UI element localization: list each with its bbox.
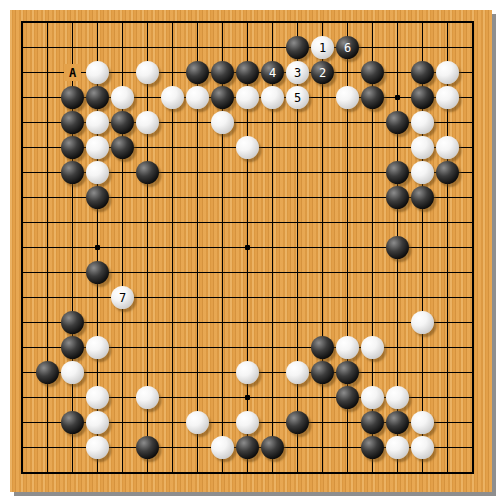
intersection-L18[interactable] bbox=[260, 35, 285, 60]
intersection-K2[interactable] bbox=[235, 435, 260, 460]
intersection-K6[interactable] bbox=[235, 335, 260, 360]
intersection-F10[interactable] bbox=[135, 235, 160, 260]
intersection-R7[interactable] bbox=[410, 310, 435, 335]
intersection-N5[interactable] bbox=[310, 360, 335, 385]
intersection-P5[interactable] bbox=[360, 360, 385, 385]
intersection-F3[interactable] bbox=[135, 410, 160, 435]
intersection-Q19[interactable] bbox=[385, 10, 410, 35]
intersection-G12[interactable] bbox=[160, 185, 185, 210]
intersection-Q15[interactable] bbox=[385, 110, 410, 135]
intersection-Q17[interactable] bbox=[385, 60, 410, 85]
intersection-E13[interactable] bbox=[110, 160, 135, 185]
intersection-G6[interactable] bbox=[160, 335, 185, 360]
intersection-G17[interactable] bbox=[160, 60, 185, 85]
intersection-M2[interactable] bbox=[285, 435, 310, 460]
intersection-K1[interactable] bbox=[235, 460, 260, 485]
intersection-L17[interactable]: 4 bbox=[260, 60, 285, 85]
intersection-R8[interactable] bbox=[410, 285, 435, 310]
intersection-C13[interactable] bbox=[60, 160, 85, 185]
intersection-T7[interactable] bbox=[460, 310, 485, 335]
intersection-A6[interactable] bbox=[10, 335, 35, 360]
intersection-R12[interactable] bbox=[410, 185, 435, 210]
intersection-J10[interactable] bbox=[210, 235, 235, 260]
intersection-C19[interactable] bbox=[60, 10, 85, 35]
intersection-M19[interactable] bbox=[285, 10, 310, 35]
intersection-J16[interactable] bbox=[210, 85, 235, 110]
intersection-L5[interactable] bbox=[260, 360, 285, 385]
intersection-K7[interactable] bbox=[235, 310, 260, 335]
intersection-A9[interactable] bbox=[10, 260, 35, 285]
intersection-A4[interactable] bbox=[10, 385, 35, 410]
intersection-T2[interactable] bbox=[460, 435, 485, 460]
intersection-Q5[interactable] bbox=[385, 360, 410, 385]
intersection-L15[interactable] bbox=[260, 110, 285, 135]
intersection-M7[interactable] bbox=[285, 310, 310, 335]
intersection-R17[interactable] bbox=[410, 60, 435, 85]
intersection-G13[interactable] bbox=[160, 160, 185, 185]
intersection-R4[interactable] bbox=[410, 385, 435, 410]
intersection-C5[interactable] bbox=[60, 360, 85, 385]
intersection-R16[interactable] bbox=[410, 85, 435, 110]
intersection-D19[interactable] bbox=[85, 10, 110, 35]
intersection-G1[interactable] bbox=[160, 460, 185, 485]
intersection-M6[interactable] bbox=[285, 335, 310, 360]
intersection-K12[interactable] bbox=[235, 185, 260, 210]
intersection-F12[interactable] bbox=[135, 185, 160, 210]
intersection-Q13[interactable] bbox=[385, 160, 410, 185]
intersection-S4[interactable] bbox=[435, 385, 460, 410]
intersection-E19[interactable] bbox=[110, 10, 135, 35]
intersection-F19[interactable] bbox=[135, 10, 160, 35]
intersection-D7[interactable] bbox=[85, 310, 110, 335]
intersection-E12[interactable] bbox=[110, 185, 135, 210]
intersection-J5[interactable] bbox=[210, 360, 235, 385]
intersection-K18[interactable] bbox=[235, 35, 260, 60]
intersection-G4[interactable] bbox=[160, 385, 185, 410]
intersection-L9[interactable] bbox=[260, 260, 285, 285]
intersection-B16[interactable] bbox=[35, 85, 60, 110]
intersection-L4[interactable] bbox=[260, 385, 285, 410]
intersection-A15[interactable] bbox=[10, 110, 35, 135]
intersection-H17[interactable] bbox=[185, 60, 210, 85]
intersection-F13[interactable] bbox=[135, 160, 160, 185]
intersection-Q6[interactable] bbox=[385, 335, 410, 360]
intersection-O4[interactable] bbox=[335, 385, 360, 410]
intersection-D5[interactable] bbox=[85, 360, 110, 385]
intersection-O7[interactable] bbox=[335, 310, 360, 335]
intersection-F16[interactable] bbox=[135, 85, 160, 110]
intersection-G10[interactable] bbox=[160, 235, 185, 260]
intersection-O17[interactable] bbox=[335, 60, 360, 85]
intersection-B15[interactable] bbox=[35, 110, 60, 135]
intersection-B19[interactable] bbox=[35, 10, 60, 35]
intersection-A1[interactable] bbox=[10, 460, 35, 485]
intersection-T12[interactable] bbox=[460, 185, 485, 210]
intersection-P18[interactable] bbox=[360, 35, 385, 60]
intersection-K9[interactable] bbox=[235, 260, 260, 285]
intersection-N14[interactable] bbox=[310, 135, 335, 160]
intersection-S16[interactable] bbox=[435, 85, 460, 110]
intersection-C9[interactable] bbox=[60, 260, 85, 285]
intersection-L7[interactable] bbox=[260, 310, 285, 335]
intersection-L14[interactable] bbox=[260, 135, 285, 160]
intersection-O8[interactable] bbox=[335, 285, 360, 310]
intersection-S1[interactable] bbox=[435, 460, 460, 485]
intersection-S10[interactable] bbox=[435, 235, 460, 260]
intersection-E2[interactable] bbox=[110, 435, 135, 460]
intersection-T19[interactable] bbox=[460, 10, 485, 35]
intersection-J14[interactable] bbox=[210, 135, 235, 160]
intersection-F2[interactable] bbox=[135, 435, 160, 460]
intersection-T15[interactable] bbox=[460, 110, 485, 135]
intersection-P17[interactable] bbox=[360, 60, 385, 85]
intersection-N4[interactable] bbox=[310, 385, 335, 410]
intersection-T6[interactable] bbox=[460, 335, 485, 360]
intersection-A5[interactable] bbox=[10, 360, 35, 385]
intersection-B10[interactable] bbox=[35, 235, 60, 260]
intersection-M14[interactable] bbox=[285, 135, 310, 160]
intersection-J13[interactable] bbox=[210, 160, 235, 185]
intersection-F18[interactable] bbox=[135, 35, 160, 60]
intersection-L3[interactable] bbox=[260, 410, 285, 435]
intersection-R11[interactable] bbox=[410, 210, 435, 235]
intersection-P7[interactable] bbox=[360, 310, 385, 335]
intersection-R2[interactable] bbox=[410, 435, 435, 460]
intersection-S13[interactable] bbox=[435, 160, 460, 185]
intersection-A19[interactable] bbox=[10, 10, 35, 35]
intersection-H14[interactable] bbox=[185, 135, 210, 160]
intersection-N15[interactable] bbox=[310, 110, 335, 135]
intersection-Q11[interactable] bbox=[385, 210, 410, 235]
intersection-E9[interactable] bbox=[110, 260, 135, 285]
intersection-A8[interactable] bbox=[10, 285, 35, 310]
intersection-C8[interactable] bbox=[60, 285, 85, 310]
intersection-M16[interactable]: 5 bbox=[285, 85, 310, 110]
intersection-B11[interactable] bbox=[35, 210, 60, 235]
intersection-L6[interactable] bbox=[260, 335, 285, 360]
intersection-O2[interactable] bbox=[335, 435, 360, 460]
intersection-O1[interactable] bbox=[335, 460, 360, 485]
intersection-E7[interactable] bbox=[110, 310, 135, 335]
intersection-C6[interactable] bbox=[60, 335, 85, 360]
intersection-L19[interactable] bbox=[260, 10, 285, 35]
intersection-O5[interactable] bbox=[335, 360, 360, 385]
intersection-J15[interactable] bbox=[210, 110, 235, 135]
intersection-E8[interactable]: 7 bbox=[110, 285, 135, 310]
intersection-H4[interactable] bbox=[185, 385, 210, 410]
intersection-O18[interactable]: 6 bbox=[335, 35, 360, 60]
intersection-J4[interactable] bbox=[210, 385, 235, 410]
intersection-O10[interactable] bbox=[335, 235, 360, 260]
intersection-P6[interactable] bbox=[360, 335, 385, 360]
intersection-H19[interactable] bbox=[185, 10, 210, 35]
intersection-G14[interactable] bbox=[160, 135, 185, 160]
intersection-K11[interactable] bbox=[235, 210, 260, 235]
intersection-E10[interactable] bbox=[110, 235, 135, 260]
intersection-E3[interactable] bbox=[110, 410, 135, 435]
intersection-A14[interactable] bbox=[10, 135, 35, 160]
intersection-P3[interactable] bbox=[360, 410, 385, 435]
intersection-F4[interactable] bbox=[135, 385, 160, 410]
intersection-B5[interactable] bbox=[35, 360, 60, 385]
intersection-M18[interactable] bbox=[285, 35, 310, 60]
intersection-N19[interactable] bbox=[310, 10, 335, 35]
intersection-G9[interactable] bbox=[160, 260, 185, 285]
intersection-K5[interactable] bbox=[235, 360, 260, 385]
intersection-C14[interactable] bbox=[60, 135, 85, 160]
intersection-J19[interactable] bbox=[210, 10, 235, 35]
intersection-T4[interactable] bbox=[460, 385, 485, 410]
intersection-J7[interactable] bbox=[210, 310, 235, 335]
intersection-H2[interactable] bbox=[185, 435, 210, 460]
intersection-P14[interactable] bbox=[360, 135, 385, 160]
intersection-T5[interactable] bbox=[460, 360, 485, 385]
intersection-A12[interactable] bbox=[10, 185, 35, 210]
intersection-R18[interactable] bbox=[410, 35, 435, 60]
intersection-O6[interactable] bbox=[335, 335, 360, 360]
intersection-M17[interactable]: 3 bbox=[285, 60, 310, 85]
intersection-T13[interactable] bbox=[460, 160, 485, 185]
intersection-J8[interactable] bbox=[210, 285, 235, 310]
intersection-R9[interactable] bbox=[410, 260, 435, 285]
intersection-M9[interactable] bbox=[285, 260, 310, 285]
intersection-Q8[interactable] bbox=[385, 285, 410, 310]
intersection-L8[interactable] bbox=[260, 285, 285, 310]
intersection-P13[interactable] bbox=[360, 160, 385, 185]
intersection-P19[interactable] bbox=[360, 10, 385, 35]
intersection-Q14[interactable] bbox=[385, 135, 410, 160]
intersection-S19[interactable] bbox=[435, 10, 460, 35]
intersection-D18[interactable] bbox=[85, 35, 110, 60]
intersection-F8[interactable] bbox=[135, 285, 160, 310]
intersection-H5[interactable] bbox=[185, 360, 210, 385]
intersection-P1[interactable] bbox=[360, 460, 385, 485]
intersection-F11[interactable] bbox=[135, 210, 160, 235]
intersection-K17[interactable] bbox=[235, 60, 260, 85]
intersection-D2[interactable] bbox=[85, 435, 110, 460]
intersection-D3[interactable] bbox=[85, 410, 110, 435]
intersection-J1[interactable] bbox=[210, 460, 235, 485]
intersection-S6[interactable] bbox=[435, 335, 460, 360]
intersection-L16[interactable] bbox=[260, 85, 285, 110]
intersection-L12[interactable] bbox=[260, 185, 285, 210]
intersection-T8[interactable] bbox=[460, 285, 485, 310]
intersection-C3[interactable] bbox=[60, 410, 85, 435]
intersection-D4[interactable] bbox=[85, 385, 110, 410]
intersection-D1[interactable] bbox=[85, 460, 110, 485]
intersection-T1[interactable] bbox=[460, 460, 485, 485]
intersection-H18[interactable] bbox=[185, 35, 210, 60]
intersection-T10[interactable] bbox=[460, 235, 485, 260]
intersection-N12[interactable] bbox=[310, 185, 335, 210]
intersection-K3[interactable] bbox=[235, 410, 260, 435]
intersection-C7[interactable] bbox=[60, 310, 85, 335]
intersection-Q12[interactable] bbox=[385, 185, 410, 210]
intersection-C1[interactable] bbox=[60, 460, 85, 485]
intersection-M15[interactable] bbox=[285, 110, 310, 135]
intersection-T18[interactable] bbox=[460, 35, 485, 60]
intersection-E14[interactable] bbox=[110, 135, 135, 160]
intersection-G5[interactable] bbox=[160, 360, 185, 385]
intersection-C16[interactable] bbox=[60, 85, 85, 110]
intersection-N17[interactable]: 2 bbox=[310, 60, 335, 85]
intersection-C18[interactable] bbox=[60, 35, 85, 60]
intersection-B7[interactable] bbox=[35, 310, 60, 335]
intersection-E18[interactable] bbox=[110, 35, 135, 60]
intersection-K15[interactable] bbox=[235, 110, 260, 135]
intersection-E17[interactable] bbox=[110, 60, 135, 85]
intersection-R19[interactable] bbox=[410, 10, 435, 35]
intersection-Q9[interactable] bbox=[385, 260, 410, 285]
intersection-O12[interactable] bbox=[335, 185, 360, 210]
intersection-S15[interactable] bbox=[435, 110, 460, 135]
intersection-R14[interactable] bbox=[410, 135, 435, 160]
intersection-S11[interactable] bbox=[435, 210, 460, 235]
intersection-A10[interactable] bbox=[10, 235, 35, 260]
intersection-P16[interactable] bbox=[360, 85, 385, 110]
intersection-F14[interactable] bbox=[135, 135, 160, 160]
intersection-N18[interactable]: 1 bbox=[310, 35, 335, 60]
intersection-S9[interactable] bbox=[435, 260, 460, 285]
intersection-N13[interactable] bbox=[310, 160, 335, 185]
intersection-T9[interactable] bbox=[460, 260, 485, 285]
intersection-P12[interactable] bbox=[360, 185, 385, 210]
intersection-K19[interactable] bbox=[235, 10, 260, 35]
intersection-D10[interactable] bbox=[85, 235, 110, 260]
intersection-H10[interactable] bbox=[185, 235, 210, 260]
intersection-J18[interactable] bbox=[210, 35, 235, 60]
intersection-E4[interactable] bbox=[110, 385, 135, 410]
intersection-B13[interactable] bbox=[35, 160, 60, 185]
intersection-K10[interactable] bbox=[235, 235, 260, 260]
intersection-K13[interactable] bbox=[235, 160, 260, 185]
intersection-S2[interactable] bbox=[435, 435, 460, 460]
intersection-R13[interactable] bbox=[410, 160, 435, 185]
intersection-H8[interactable] bbox=[185, 285, 210, 310]
intersection-G19[interactable] bbox=[160, 10, 185, 35]
intersection-G16[interactable] bbox=[160, 85, 185, 110]
intersection-T11[interactable] bbox=[460, 210, 485, 235]
intersection-Q18[interactable] bbox=[385, 35, 410, 60]
intersection-L11[interactable] bbox=[260, 210, 285, 235]
intersection-B8[interactable] bbox=[35, 285, 60, 310]
intersection-N7[interactable] bbox=[310, 310, 335, 335]
intersection-J6[interactable] bbox=[210, 335, 235, 360]
intersection-R6[interactable] bbox=[410, 335, 435, 360]
intersection-A7[interactable] bbox=[10, 310, 35, 335]
intersection-Q2[interactable] bbox=[385, 435, 410, 460]
intersection-T17[interactable] bbox=[460, 60, 485, 85]
intersection-S14[interactable] bbox=[435, 135, 460, 160]
intersection-M11[interactable] bbox=[285, 210, 310, 235]
intersection-L13[interactable] bbox=[260, 160, 285, 185]
intersection-E11[interactable] bbox=[110, 210, 135, 235]
intersection-T3[interactable] bbox=[460, 410, 485, 435]
intersection-S17[interactable] bbox=[435, 60, 460, 85]
intersection-E6[interactable] bbox=[110, 335, 135, 360]
intersection-B3[interactable] bbox=[35, 410, 60, 435]
intersection-B17[interactable] bbox=[35, 60, 60, 85]
intersection-S18[interactable] bbox=[435, 35, 460, 60]
intersection-S8[interactable] bbox=[435, 285, 460, 310]
intersection-C11[interactable] bbox=[60, 210, 85, 235]
intersection-C4[interactable] bbox=[60, 385, 85, 410]
intersection-A3[interactable] bbox=[10, 410, 35, 435]
intersection-S5[interactable] bbox=[435, 360, 460, 385]
intersection-H1[interactable] bbox=[185, 460, 210, 485]
intersection-Q10[interactable] bbox=[385, 235, 410, 260]
intersection-P15[interactable] bbox=[360, 110, 385, 135]
intersection-Q3[interactable] bbox=[385, 410, 410, 435]
intersection-H12[interactable] bbox=[185, 185, 210, 210]
intersection-E1[interactable] bbox=[110, 460, 135, 485]
intersection-D14[interactable] bbox=[85, 135, 110, 160]
intersection-B12[interactable] bbox=[35, 185, 60, 210]
intersection-F1[interactable] bbox=[135, 460, 160, 485]
intersection-M8[interactable] bbox=[285, 285, 310, 310]
intersection-H6[interactable] bbox=[185, 335, 210, 360]
intersection-F6[interactable] bbox=[135, 335, 160, 360]
intersection-G2[interactable] bbox=[160, 435, 185, 460]
intersection-D15[interactable] bbox=[85, 110, 110, 135]
intersection-D17[interactable] bbox=[85, 60, 110, 85]
intersection-A11[interactable] bbox=[10, 210, 35, 235]
intersection-B2[interactable] bbox=[35, 435, 60, 460]
intersection-M12[interactable] bbox=[285, 185, 310, 210]
intersection-B18[interactable] bbox=[35, 35, 60, 60]
intersection-A2[interactable] bbox=[10, 435, 35, 460]
intersection-D16[interactable] bbox=[85, 85, 110, 110]
intersection-K4[interactable] bbox=[235, 385, 260, 410]
intersection-F15[interactable] bbox=[135, 110, 160, 135]
intersection-N8[interactable] bbox=[310, 285, 335, 310]
intersection-Q16[interactable] bbox=[385, 85, 410, 110]
intersection-F5[interactable] bbox=[135, 360, 160, 385]
intersection-P11[interactable] bbox=[360, 210, 385, 235]
intersection-L1[interactable] bbox=[260, 460, 285, 485]
intersection-H11[interactable] bbox=[185, 210, 210, 235]
intersection-H9[interactable] bbox=[185, 260, 210, 285]
intersection-J9[interactable] bbox=[210, 260, 235, 285]
intersection-J3[interactable] bbox=[210, 410, 235, 435]
intersection-E5[interactable] bbox=[110, 360, 135, 385]
intersection-K8[interactable] bbox=[235, 285, 260, 310]
intersection-J17[interactable] bbox=[210, 60, 235, 85]
intersection-C15[interactable] bbox=[60, 110, 85, 135]
intersection-C2[interactable] bbox=[60, 435, 85, 460]
intersection-E15[interactable] bbox=[110, 110, 135, 135]
intersection-L2[interactable] bbox=[260, 435, 285, 460]
intersection-H15[interactable] bbox=[185, 110, 210, 135]
intersection-O11[interactable] bbox=[335, 210, 360, 235]
intersection-D6[interactable] bbox=[85, 335, 110, 360]
intersection-N10[interactable] bbox=[310, 235, 335, 260]
intersection-H3[interactable] bbox=[185, 410, 210, 435]
intersection-J11[interactable] bbox=[210, 210, 235, 235]
intersection-O19[interactable] bbox=[335, 10, 360, 35]
intersection-M4[interactable] bbox=[285, 385, 310, 410]
intersection-B14[interactable] bbox=[35, 135, 60, 160]
intersection-R15[interactable] bbox=[410, 110, 435, 135]
intersection-R5[interactable] bbox=[410, 360, 435, 385]
intersection-G3[interactable] bbox=[160, 410, 185, 435]
intersection-N9[interactable] bbox=[310, 260, 335, 285]
intersection-C17[interactable]: A bbox=[60, 60, 85, 85]
intersection-O9[interactable] bbox=[335, 260, 360, 285]
intersection-M10[interactable] bbox=[285, 235, 310, 260]
intersection-P10[interactable] bbox=[360, 235, 385, 260]
intersection-T14[interactable] bbox=[460, 135, 485, 160]
